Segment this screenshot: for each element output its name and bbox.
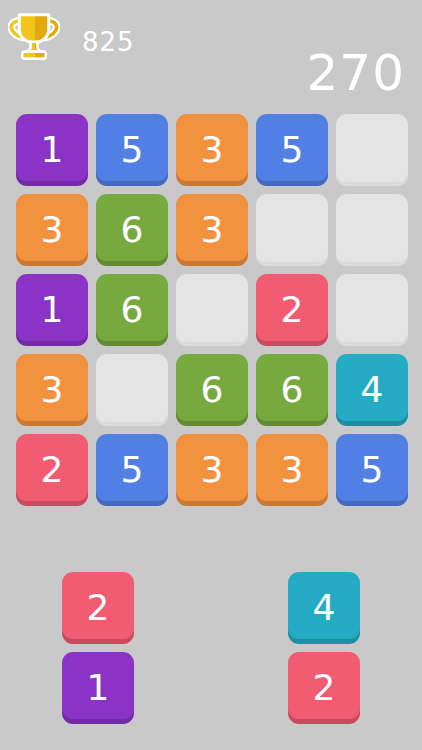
- board-tile: 6: [176, 354, 248, 426]
- board-tile: 3: [16, 354, 88, 426]
- board-cell-empty[interactable]: [256, 194, 328, 266]
- board-cell-empty[interactable]: [176, 274, 248, 346]
- piece-tile[interactable]: 1: [62, 652, 134, 724]
- board-cell-empty[interactable]: [336, 194, 408, 266]
- board-tile: 5: [96, 434, 168, 506]
- board-tile: 3: [176, 194, 248, 266]
- trophy-icon: [8, 9, 60, 64]
- board-tile: 6: [256, 354, 328, 426]
- board-cell-empty[interactable]: [96, 354, 168, 426]
- board-tile: 1: [16, 114, 88, 186]
- board-tile: 5: [256, 114, 328, 186]
- board-tile: 3: [256, 434, 328, 506]
- piece-tile[interactable]: 2: [62, 572, 134, 644]
- board-tile: 4: [336, 354, 408, 426]
- board-tile: 3: [16, 194, 88, 266]
- piece-right[interactable]: 42: [288, 572, 360, 724]
- board-tile: 2: [256, 274, 328, 346]
- board-tile: 3: [176, 114, 248, 186]
- piece-tile[interactable]: 4: [288, 572, 360, 644]
- board-tile: 6: [96, 274, 168, 346]
- current-score: 270: [307, 48, 405, 98]
- board-tile: 2: [16, 434, 88, 506]
- board-tile: 6: [96, 194, 168, 266]
- board-grid: 1535363162366425335: [16, 114, 408, 506]
- board-tile: 5: [96, 114, 168, 186]
- board-cell-empty[interactable]: [336, 114, 408, 186]
- board-tile: 3: [176, 434, 248, 506]
- board-tile: 5: [336, 434, 408, 506]
- board-cell-empty[interactable]: [336, 274, 408, 346]
- best-score: 825: [82, 29, 135, 55]
- piece-tile[interactable]: 2: [288, 652, 360, 724]
- piece-left[interactable]: 21: [62, 572, 134, 724]
- board-tile: 1: [16, 274, 88, 346]
